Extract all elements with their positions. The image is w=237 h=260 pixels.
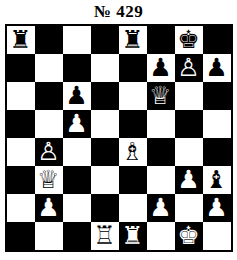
chess-board: ♜♜♚♟♙♟♟♕♟♙♗♕♟♝♟♟♟♖♜♚	[5, 24, 233, 252]
square-f8	[147, 26, 175, 54]
square-h7: ♟	[203, 54, 231, 82]
piece-black-rook: ♜	[9, 26, 31, 54]
square-a8: ♜	[7, 26, 35, 54]
square-g3: ♟	[175, 166, 203, 194]
square-c7	[63, 54, 91, 82]
square-d5	[91, 110, 119, 138]
piece-black-pawn: ♟	[149, 54, 171, 82]
square-h6	[203, 82, 231, 110]
square-a1	[7, 222, 35, 250]
piece-black-pawn: ♙	[37, 138, 59, 166]
square-f7: ♟	[147, 54, 175, 82]
square-d3	[91, 166, 119, 194]
piece-black-pawn: ♙	[177, 54, 199, 82]
square-e6	[119, 82, 147, 110]
square-c2	[63, 194, 91, 222]
square-f1	[147, 222, 175, 250]
square-c1	[63, 222, 91, 250]
square-e5	[119, 110, 147, 138]
square-f5	[147, 110, 175, 138]
square-b5	[35, 110, 63, 138]
square-h2: ♟	[203, 194, 231, 222]
piece-white-king: ♚	[177, 222, 199, 250]
square-g5	[175, 110, 203, 138]
chess-puzzle-diagram: № 429 ♜♜♚♟♙♟♟♕♟♙♗♕♟♝♟♟♟♖♜♚	[0, 0, 237, 260]
square-h1	[203, 222, 231, 250]
piece-white-rook: ♜	[121, 222, 143, 250]
piece-white-pawn: ♟	[149, 194, 171, 222]
piece-white-pawn: ♟	[177, 166, 199, 194]
square-d2	[91, 194, 119, 222]
square-g8: ♚	[175, 26, 203, 54]
square-a7	[7, 54, 35, 82]
piece-white-bishop: ♗	[121, 138, 143, 166]
piece-black-pawn: ♟	[65, 82, 87, 110]
square-d7	[91, 54, 119, 82]
square-c6: ♟	[63, 82, 91, 110]
square-g6	[175, 82, 203, 110]
square-f6: ♕	[147, 82, 175, 110]
square-g4	[175, 138, 203, 166]
square-a4	[7, 138, 35, 166]
square-e4: ♗	[119, 138, 147, 166]
piece-white-queen: ♕	[37, 166, 59, 194]
square-f4	[147, 138, 175, 166]
piece-white-rook: ♖	[93, 222, 115, 250]
square-h3: ♝	[203, 166, 231, 194]
square-d8	[91, 26, 119, 54]
piece-white-pawn: ♟	[37, 194, 59, 222]
square-d1: ♖	[91, 222, 119, 250]
square-e8: ♜	[119, 26, 147, 54]
square-a6	[7, 82, 35, 110]
square-c4	[63, 138, 91, 166]
square-c5: ♟	[63, 110, 91, 138]
square-a2	[7, 194, 35, 222]
piece-black-pawn: ♟	[205, 54, 227, 82]
square-b8	[35, 26, 63, 54]
square-d4	[91, 138, 119, 166]
piece-black-queen: ♕	[149, 82, 171, 110]
square-g2	[175, 194, 203, 222]
piece-black-rook: ♜	[121, 26, 143, 54]
square-f2: ♟	[147, 194, 175, 222]
square-e2	[119, 194, 147, 222]
square-h4	[203, 138, 231, 166]
square-b1	[35, 222, 63, 250]
square-a3	[7, 166, 35, 194]
piece-white-pawn: ♟	[65, 110, 87, 138]
square-b7	[35, 54, 63, 82]
square-f3	[147, 166, 175, 194]
square-b6	[35, 82, 63, 110]
square-a5	[7, 110, 35, 138]
piece-black-bishop: ♝	[205, 166, 227, 194]
square-b2: ♟	[35, 194, 63, 222]
square-b3: ♕	[35, 166, 63, 194]
square-c3	[63, 166, 91, 194]
square-h8	[203, 26, 231, 54]
square-b4: ♙	[35, 138, 63, 166]
piece-black-king: ♚	[177, 26, 199, 54]
puzzle-number: № 429	[0, 0, 237, 22]
piece-white-pawn: ♟	[205, 194, 227, 222]
square-c8	[63, 26, 91, 54]
square-e3	[119, 166, 147, 194]
square-d6	[91, 82, 119, 110]
square-g1: ♚	[175, 222, 203, 250]
square-e1: ♜	[119, 222, 147, 250]
square-h5	[203, 110, 231, 138]
square-g7: ♙	[175, 54, 203, 82]
square-e7	[119, 54, 147, 82]
